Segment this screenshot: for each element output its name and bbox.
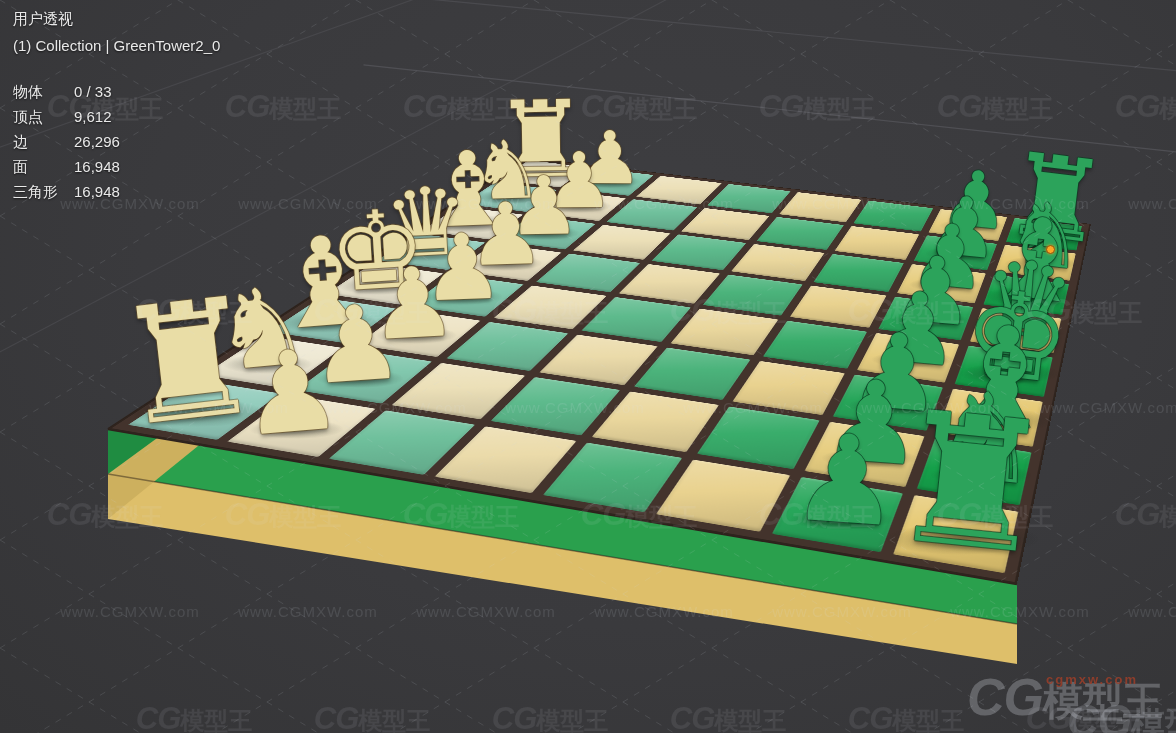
square-e6	[763, 321, 868, 369]
square-g8	[916, 438, 1031, 505]
square-h6	[655, 459, 790, 532]
stat-2: 顶点9,612	[13, 108, 43, 127]
square-b4	[681, 208, 770, 240]
square-c7	[897, 264, 985, 303]
square-d5	[703, 274, 803, 315]
square-b3	[606, 199, 697, 230]
square-a3	[636, 176, 721, 205]
square-c8	[983, 274, 1069, 314]
blender-viewport[interactable]: ♜♞♝♛♚♝♞♜♟♟♟♟♟♟♟♟♟♟♟♟♟♟♟♟♜♞♝♛♚♝♞♜ CG模型王CG…	[0, 0, 1176, 733]
square-h8	[893, 495, 1019, 574]
square-g6	[697, 406, 820, 469]
stat-1: 物体0 / 33	[13, 83, 43, 102]
square-f6	[732, 361, 845, 415]
square-e8	[954, 346, 1052, 397]
square-h7	[772, 477, 903, 552]
stat-3: 边26,296	[13, 133, 28, 152]
stat-5: 三角形16,948	[13, 183, 58, 202]
square-f8	[937, 388, 1043, 446]
square-e7	[857, 333, 959, 382]
collection-label: (1) Collection | GreenTower2_0	[13, 37, 220, 54]
square-c6	[813, 254, 904, 292]
square-c4	[651, 234, 746, 270]
3d-cursor-dot	[1046, 245, 1055, 254]
square-d7	[878, 296, 973, 340]
square-d8	[970, 308, 1062, 353]
square-f7	[833, 374, 943, 430]
square-d6	[789, 285, 886, 327]
square-b5	[757, 217, 844, 250]
stat-4: 面16,948	[13, 158, 28, 177]
view-perspective-label: 用户透视	[13, 10, 73, 29]
square-e5	[671, 309, 778, 355]
square-g7	[805, 422, 924, 487]
square-d4	[618, 264, 720, 304]
square-c5	[731, 244, 824, 281]
square-f5	[634, 347, 750, 400]
